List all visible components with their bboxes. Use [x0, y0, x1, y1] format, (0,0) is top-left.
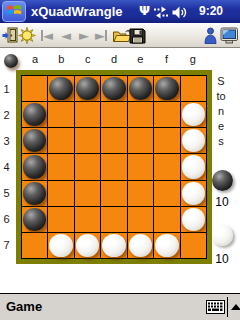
cell-d1[interactable]	[101, 76, 126, 101]
cell-g1[interactable]	[181, 76, 206, 101]
cell-c5[interactable]	[75, 181, 100, 206]
cell-a5[interactable]	[22, 181, 47, 206]
black-stone-c1	[76, 77, 99, 100]
signal-icon[interactable]: Ψ	[139, 3, 150, 19]
cell-e4[interactable]	[128, 154, 153, 179]
pocket-pc-screen: xQuadWrangle Ψ 9:20	[0, 0, 240, 320]
player-icon[interactable]	[203, 26, 217, 45]
white-stone-g4	[182, 155, 205, 178]
col-label-b: b	[48, 51, 74, 67]
col-label-f: f	[153, 51, 179, 67]
save-file-icon[interactable]	[128, 26, 146, 45]
col-label-a: a	[22, 51, 48, 67]
row-label-2: 2	[0, 102, 13, 128]
row-labels: 1234567	[0, 76, 13, 258]
stones-label: Stones	[216, 74, 226, 149]
black-stone-a5	[23, 182, 46, 205]
cell-d7[interactable]	[101, 233, 126, 258]
cell-d3[interactable]	[101, 128, 126, 153]
cell-a4[interactable]	[22, 154, 47, 179]
white-stone-count: 10	[208, 252, 236, 266]
white-count-stone	[212, 225, 233, 246]
cell-e6[interactable]	[128, 207, 153, 232]
cell-d2[interactable]	[101, 102, 126, 127]
windows-flag-icon	[6, 3, 23, 21]
cell-f5[interactable]	[154, 181, 179, 206]
cell-e3[interactable]	[128, 128, 153, 153]
cell-f6[interactable]	[154, 207, 179, 232]
cell-b7[interactable]	[48, 233, 73, 258]
white-stone-d7	[102, 234, 125, 257]
cell-a6[interactable]	[22, 207, 47, 232]
cell-e2[interactable]	[128, 102, 153, 127]
cell-g2[interactable]	[181, 102, 206, 127]
cell-c6[interactable]	[75, 207, 100, 232]
start-button[interactable]	[2, 1, 26, 22]
black-stone-a3	[23, 129, 46, 152]
app-title: xQuadWrangle	[31, 0, 123, 23]
cell-d4[interactable]	[101, 154, 126, 179]
cell-g4[interactable]	[181, 154, 206, 179]
black-stone-e1	[129, 77, 152, 100]
white-stone-g3	[182, 129, 205, 152]
settings-sun-icon[interactable]	[18, 26, 36, 45]
black-count-stone	[212, 170, 233, 191]
cell-d6[interactable]	[101, 207, 126, 232]
white-stone-b7	[49, 234, 72, 257]
cell-a3[interactable]	[22, 128, 47, 153]
cell-c3[interactable]	[75, 128, 100, 153]
board-grid	[21, 75, 207, 259]
exit-door-icon[interactable]	[1, 26, 19, 45]
menubar: Game	[0, 293, 240, 320]
black-stone-count: 10	[208, 195, 236, 209]
toolbar: ◄ ◄ ► ►	[0, 23, 240, 48]
first-move-icon[interactable]: ◄	[38, 26, 56, 45]
cell-f1[interactable]	[154, 76, 179, 101]
cell-c7[interactable]	[75, 233, 100, 258]
white-stone-g6	[182, 208, 205, 231]
cell-b1[interactable]	[48, 76, 73, 101]
black-stone-f1	[155, 77, 178, 100]
cell-a7[interactable]	[22, 233, 47, 258]
turn-indicator-stone	[4, 54, 18, 68]
menubar-separator	[227, 297, 228, 317]
row-label-7: 7	[0, 232, 13, 258]
col-label-d: d	[101, 51, 127, 67]
cell-c2[interactable]	[75, 102, 100, 127]
cell-f3[interactable]	[154, 128, 179, 153]
previous-move-icon[interactable]: ◄	[57, 26, 75, 45]
cell-a1[interactable]	[22, 76, 47, 101]
cell-g3[interactable]	[181, 128, 206, 153]
row-label-3: 3	[0, 128, 13, 154]
white-stone-e7	[129, 234, 152, 257]
row-label-1: 1	[0, 76, 13, 102]
cell-b5[interactable]	[48, 181, 73, 206]
volume-icon[interactable]	[172, 5, 187, 21]
computer-icon[interactable]	[219, 26, 239, 45]
black-stone-d1	[102, 77, 125, 100]
cell-e5[interactable]	[128, 181, 153, 206]
col-label-c: c	[75, 51, 101, 67]
keyboard-icon[interactable]	[206, 300, 225, 318]
cell-e7[interactable]	[128, 233, 153, 258]
cell-b2[interactable]	[48, 102, 73, 127]
black-stone-b1	[49, 77, 72, 100]
col-label-g: g	[180, 51, 206, 67]
titlebar: xQuadWrangle Ψ 9:20	[0, 0, 240, 23]
cell-d5[interactable]	[101, 181, 126, 206]
cell-f4[interactable]	[154, 154, 179, 179]
white-stone-f7	[155, 234, 178, 257]
white-stone-g2	[182, 103, 205, 126]
white-stone-g5	[182, 182, 205, 205]
cell-b3[interactable]	[48, 128, 73, 153]
cell-g6[interactable]	[181, 207, 206, 232]
board-frame	[16, 70, 212, 264]
black-stone-a6	[23, 208, 46, 231]
cell-f7[interactable]	[154, 233, 179, 258]
clock[interactable]: 9:20	[199, 0, 223, 23]
black-stone-a2	[23, 103, 46, 126]
cell-a2[interactable]	[22, 102, 47, 127]
cell-g7[interactable]	[181, 233, 206, 258]
game-menu[interactable]: Game	[6, 294, 42, 320]
row-label-4: 4	[0, 154, 13, 180]
cell-c1[interactable]	[75, 76, 100, 101]
last-move-icon[interactable]: ►	[92, 26, 110, 45]
white-stone-c7	[76, 234, 99, 257]
row-label-5: 5	[0, 180, 13, 206]
cell-g5[interactable]	[181, 181, 206, 206]
row-label-6: 6	[0, 206, 13, 232]
col-labels: abcdefg	[22, 51, 206, 67]
connectivity-icon[interactable]	[153, 5, 169, 21]
cell-b4[interactable]	[48, 154, 73, 179]
black-stone-a4	[23, 155, 46, 178]
next-move-icon[interactable]: ►	[75, 26, 93, 45]
col-label-e: e	[127, 51, 153, 67]
cell-f2[interactable]	[154, 102, 179, 127]
input-panel-up-icon[interactable]	[231, 304, 240, 310]
cell-e1[interactable]	[128, 76, 153, 101]
cell-c4[interactable]	[75, 154, 100, 179]
cell-b6[interactable]	[48, 207, 73, 232]
